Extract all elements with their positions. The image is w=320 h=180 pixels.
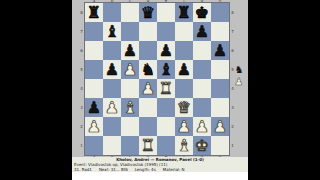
rank-label-6: 6	[79, 41, 84, 60]
square-d5: ♞	[139, 60, 157, 79]
square-f4	[175, 79, 193, 98]
black-bishop-piece: ♝	[157, 60, 175, 79]
white-rook-piece: ♜	[139, 136, 157, 155]
white-pawn-piece: ♟	[175, 117, 193, 136]
chess-board: ♜♛♜♚♝♟♟♟♟♟♟♞♝♟♟♜♟♟♝♛♟♟♟♟♜♝♚	[85, 3, 229, 155]
white-rook-piece: ♜	[157, 79, 175, 98]
square-g5	[193, 60, 211, 79]
black-pawn-piece: ♟	[193, 22, 211, 41]
square-h5	[211, 60, 229, 79]
square-a2: ♟	[85, 117, 103, 136]
square-e2	[157, 117, 175, 136]
square-g3	[193, 98, 211, 117]
rank-label-8: 8	[230, 3, 235, 22]
rank-label-3: 3	[230, 98, 235, 117]
square-h4	[211, 79, 229, 98]
square-a3: ♟	[85, 98, 103, 117]
square-e5: ♝	[157, 60, 175, 79]
black-knight-piece: ♞	[139, 60, 157, 79]
white-king-piece: ♚	[193, 136, 211, 155]
square-g6	[193, 41, 211, 60]
square-b1	[103, 136, 121, 155]
square-a5	[85, 60, 103, 79]
rank-label-1: 1	[230, 136, 235, 155]
square-c7	[121, 22, 139, 41]
square-d6	[139, 41, 157, 60]
rank-label-4: 4	[79, 79, 84, 98]
square-f5: ♟	[175, 60, 193, 79]
black-pawn-piece: ♟	[103, 60, 121, 79]
square-b6	[103, 41, 121, 60]
video-frame: abcdefgh abcdefgh 87654321 87654321 ♜♛♜♚…	[0, 0, 320, 180]
square-g2: ♟	[193, 117, 211, 136]
rank-label-8: 8	[79, 3, 84, 22]
white-pawn-piece: ♟	[211, 117, 229, 136]
square-h3	[211, 98, 229, 117]
square-e7	[157, 22, 175, 41]
square-b5: ♟	[103, 60, 121, 79]
square-g8: ♚	[193, 3, 211, 22]
white-pawn-icon: ♟	[235, 76, 244, 88]
black-pawn-piece: ♟	[85, 98, 103, 117]
square-g7: ♟	[193, 22, 211, 41]
square-e1	[157, 136, 175, 155]
square-f1: ♝	[175, 136, 193, 155]
white-pawn-piece: ♟	[85, 117, 103, 136]
square-f3: ♛	[175, 98, 193, 117]
white-pawn-piece: ♟	[121, 60, 139, 79]
square-e6: ♟	[157, 41, 175, 60]
rank-label-7: 7	[79, 22, 84, 41]
square-a8: ♜	[85, 3, 103, 22]
square-b3: ♟	[103, 98, 121, 117]
square-a1	[85, 136, 103, 155]
chess-app-panel: abcdefgh abcdefgh 87654321 87654321 ♜♛♜♚…	[72, 0, 248, 180]
caption-bar: Kholov, Andrei — Romanov, Pavel (1-0) Ev…	[72, 157, 248, 172]
bottom-white-strip	[72, 172, 248, 180]
white-bishop-piece: ♝	[175, 136, 193, 155]
square-c3: ♝	[121, 98, 139, 117]
square-e3	[157, 98, 175, 117]
rank-label-6: 6	[230, 41, 235, 60]
square-f6	[175, 41, 193, 60]
black-pawn-piece: ♟	[175, 60, 193, 79]
square-d4: ♟	[139, 79, 157, 98]
square-a6	[85, 41, 103, 60]
square-a4	[85, 79, 103, 98]
white-pawn-piece: ♟	[193, 117, 211, 136]
rank-labels-left: 87654321	[79, 3, 84, 155]
black-pawn-piece: ♟	[121, 41, 139, 60]
rank-label-7: 7	[230, 22, 235, 41]
square-f8: ♜	[175, 3, 193, 22]
rank-label-5: 5	[79, 60, 84, 79]
square-h2: ♟	[211, 117, 229, 136]
black-pawn-piece: ♟	[211, 41, 229, 60]
square-c4	[121, 79, 139, 98]
square-h6: ♟	[211, 41, 229, 60]
square-b7: ♝	[103, 22, 121, 41]
black-bishop-piece: ♝	[103, 22, 121, 41]
square-f2: ♟	[175, 117, 193, 136]
black-pawn-piece: ♟	[157, 41, 175, 60]
black-knight-icon: ♞	[235, 64, 244, 76]
square-b8	[103, 3, 121, 22]
square-c1	[121, 136, 139, 155]
black-rook-piece: ♜	[85, 3, 103, 22]
rank-label-2: 2	[79, 117, 84, 136]
material-tray: ♞ ♟	[232, 64, 246, 100]
square-c2	[121, 117, 139, 136]
square-f7	[175, 22, 193, 41]
white-pawn-piece: ♟	[103, 98, 121, 117]
square-b4	[103, 79, 121, 98]
square-c8	[121, 3, 139, 22]
square-d8: ♛	[139, 3, 157, 22]
rank-label-3: 3	[79, 98, 84, 117]
square-d1: ♜	[139, 136, 157, 155]
square-d3	[139, 98, 157, 117]
square-c5: ♟	[121, 60, 139, 79]
square-b2	[103, 117, 121, 136]
black-king-piece: ♚	[193, 3, 211, 22]
square-e4: ♜	[157, 79, 175, 98]
square-d2	[139, 117, 157, 136]
white-queen-piece: ♛	[175, 98, 193, 117]
square-h1	[211, 136, 229, 155]
square-g1: ♚	[193, 136, 211, 155]
black-queen-piece: ♛	[139, 3, 157, 22]
square-c6: ♟	[121, 41, 139, 60]
square-g4	[193, 79, 211, 98]
square-h8	[211, 3, 229, 22]
square-h7	[211, 22, 229, 41]
square-a7	[85, 22, 103, 41]
square-e8	[157, 3, 175, 22]
white-bishop-piece: ♝	[121, 98, 139, 117]
white-pawn-piece: ♟	[139, 79, 157, 98]
black-rook-piece: ♜	[175, 3, 193, 22]
rank-label-2: 2	[230, 117, 235, 136]
rank-label-1: 1	[79, 136, 84, 155]
square-d7	[139, 22, 157, 41]
